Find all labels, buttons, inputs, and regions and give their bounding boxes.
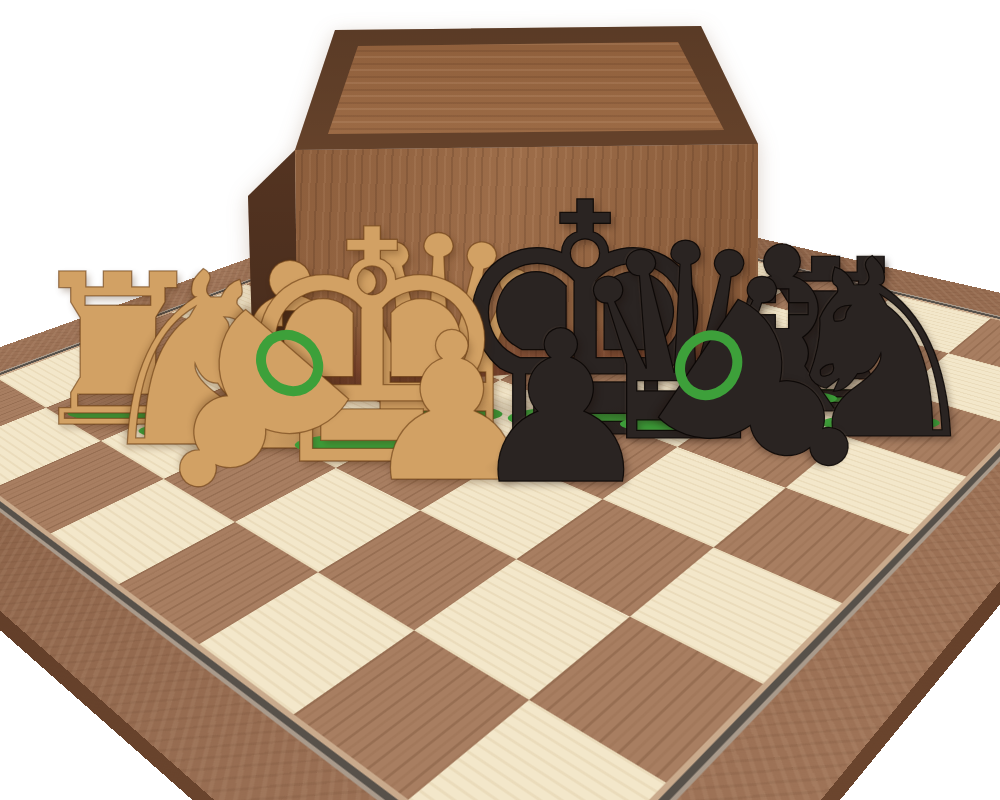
chess-set-product-photo: ♜♞♟♝♚♛♟♟♚♛♝♜♟♞ bbox=[0, 0, 1000, 800]
storage-box bbox=[246, 24, 760, 396]
